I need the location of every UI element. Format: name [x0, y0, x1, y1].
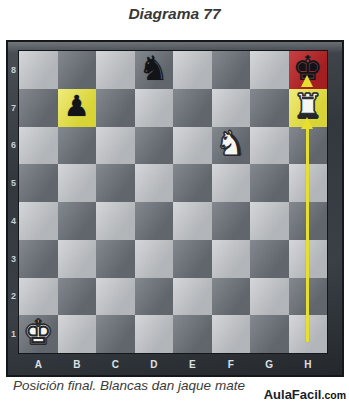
rank-label-4: 4	[8, 202, 19, 240]
square-g1	[250, 315, 289, 353]
square-f7	[212, 89, 251, 127]
file-label-C: C	[96, 354, 135, 375]
file-label-H: H	[289, 354, 328, 375]
white-king-a1: ♚	[23, 315, 53, 349]
rank-label-7: 7	[8, 89, 19, 127]
square-g3	[250, 240, 289, 278]
rank-label-8: 8	[8, 51, 19, 89]
square-c3	[96, 240, 135, 278]
chess-diagram-page: Diagrama 77 87654321 ♞♚♟♜♞♚ ABCDEFGH Pos…	[0, 0, 349, 403]
square-d7	[135, 89, 174, 127]
square-g4	[250, 202, 289, 240]
square-c1	[96, 315, 135, 353]
square-f3	[212, 240, 251, 278]
white-knight-f6: ♞	[216, 126, 246, 160]
square-g6	[250, 127, 289, 165]
square-e1	[173, 315, 212, 353]
square-c5	[96, 164, 135, 202]
board-squares: ♞♚♟♜♞♚	[19, 51, 327, 353]
file-label-A: A	[19, 354, 58, 375]
square-b2	[58, 278, 97, 316]
square-g2	[250, 278, 289, 316]
file-label-G: G	[250, 354, 289, 375]
white-rook-h7: ♜	[293, 89, 323, 123]
square-h2	[289, 278, 328, 316]
watermark-brand: AulaFacil	[264, 387, 322, 402]
square-a7	[19, 89, 58, 127]
square-d2	[135, 278, 174, 316]
square-g5	[250, 164, 289, 202]
square-b5	[58, 164, 97, 202]
square-h8: ♚	[289, 51, 328, 89]
square-h7: ♜	[289, 89, 328, 127]
file-label-F: F	[212, 354, 251, 375]
square-b7: ♟	[58, 89, 97, 127]
file-label-B: B	[58, 354, 97, 375]
square-e8	[173, 51, 212, 89]
square-b1	[58, 315, 97, 353]
diagram-title: Diagrama 77	[0, 5, 349, 23]
black-pawn-b7: ♟	[64, 92, 90, 121]
square-c4	[96, 202, 135, 240]
square-a5	[19, 164, 58, 202]
black-knight-d8: ♞	[139, 51, 169, 85]
square-e5	[173, 164, 212, 202]
rank-coordinates: 87654321	[8, 51, 19, 353]
square-b3	[58, 240, 97, 278]
square-b6	[58, 127, 97, 165]
square-b8	[58, 51, 97, 89]
square-c7	[96, 89, 135, 127]
square-h1	[289, 315, 328, 353]
square-d1	[135, 315, 174, 353]
square-e7	[173, 89, 212, 127]
square-f6: ♞	[212, 127, 251, 165]
square-a8	[19, 51, 58, 89]
square-h4	[289, 202, 328, 240]
square-h3	[289, 240, 328, 278]
square-c8	[96, 51, 135, 89]
square-f5	[212, 164, 251, 202]
square-e2	[173, 278, 212, 316]
square-d5	[135, 164, 174, 202]
file-coordinates: ABCDEFGH	[19, 354, 327, 375]
square-d6	[135, 127, 174, 165]
square-e4	[173, 202, 212, 240]
square-c6	[96, 127, 135, 165]
rank-label-1: 1	[8, 315, 19, 353]
rank-label-2: 2	[8, 278, 19, 316]
file-label-E: E	[173, 354, 212, 375]
file-label-D: D	[135, 354, 174, 375]
square-f8	[212, 51, 251, 89]
square-a1: ♚	[19, 315, 58, 353]
square-f4	[212, 202, 251, 240]
site-watermark: AulaFacil.com	[264, 385, 346, 403]
square-d8: ♞	[135, 51, 174, 89]
chess-board-frame: 87654321 ♞♚♟♜♞♚ ABCDEFGH	[6, 40, 344, 377]
black-king-h8: ♚	[293, 51, 323, 85]
square-d3	[135, 240, 174, 278]
rank-label-3: 3	[8, 240, 19, 278]
square-a6	[19, 127, 58, 165]
square-f2	[212, 278, 251, 316]
square-f1	[212, 315, 251, 353]
rank-label-6: 6	[8, 127, 19, 165]
square-e6	[173, 127, 212, 165]
square-g8	[250, 51, 289, 89]
square-a4	[19, 202, 58, 240]
square-g7	[250, 89, 289, 127]
watermark-suffix: .com	[321, 389, 346, 401]
square-c2	[96, 278, 135, 316]
square-a3	[19, 240, 58, 278]
square-b4	[58, 202, 97, 240]
square-d4	[135, 202, 174, 240]
square-e3	[173, 240, 212, 278]
square-a2	[19, 278, 58, 316]
square-h5	[289, 164, 328, 202]
rank-label-5: 5	[8, 164, 19, 202]
square-h6	[289, 127, 328, 165]
diagram-caption: Posición final. Blancas dan jaque mate	[13, 378, 245, 393]
